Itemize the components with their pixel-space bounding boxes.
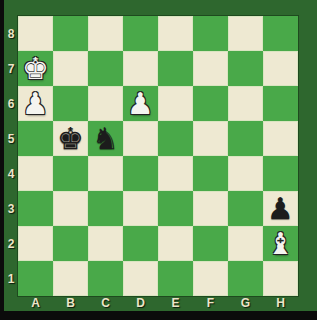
square-c2[interactable] bbox=[88, 226, 123, 261]
square-f8[interactable] bbox=[193, 16, 228, 51]
square-g2[interactable] bbox=[228, 226, 263, 261]
piece-white-bishop: ♝ bbox=[267, 226, 294, 261]
square-f4[interactable] bbox=[193, 156, 228, 191]
rank-label-2: 2 bbox=[4, 226, 18, 261]
square-e4[interactable] bbox=[158, 156, 193, 191]
square-e1[interactable] bbox=[158, 261, 193, 296]
rank-label-4: 4 bbox=[4, 156, 18, 191]
square-e5[interactable] bbox=[158, 121, 193, 156]
square-a7[interactable]: ♚ bbox=[18, 51, 53, 86]
square-d5[interactable] bbox=[123, 121, 158, 156]
square-d8[interactable] bbox=[123, 16, 158, 51]
square-e6[interactable] bbox=[158, 86, 193, 121]
square-b5[interactable]: ♚ bbox=[53, 121, 88, 156]
square-g3[interactable] bbox=[228, 191, 263, 226]
rank-label-5: 5 bbox=[4, 121, 18, 156]
file-labels: ABCDEFGH bbox=[18, 295, 298, 311]
rank-label-6: 6 bbox=[4, 86, 18, 121]
square-a3[interactable] bbox=[18, 191, 53, 226]
piece-white-pawn: ♟ bbox=[22, 86, 49, 121]
rank-label-8: 8 bbox=[4, 16, 18, 51]
square-e2[interactable] bbox=[158, 226, 193, 261]
square-b8[interactable] bbox=[53, 16, 88, 51]
square-c8[interactable] bbox=[88, 16, 123, 51]
square-h5[interactable] bbox=[263, 121, 298, 156]
piece-black-king: ♚ bbox=[57, 121, 84, 156]
file-label-g: G bbox=[228, 295, 263, 311]
square-g7[interactable] bbox=[228, 51, 263, 86]
rank-labels: 87654321 bbox=[4, 16, 18, 296]
square-a1[interactable] bbox=[18, 261, 53, 296]
chess-diagram: 87654321 ♚♟♟♚♞♟♝ ABCDEFGH bbox=[0, 0, 317, 320]
square-d7[interactable] bbox=[123, 51, 158, 86]
rank-label-1: 1 bbox=[4, 261, 18, 296]
file-label-h: H bbox=[263, 295, 298, 311]
square-g6[interactable] bbox=[228, 86, 263, 121]
square-a4[interactable] bbox=[18, 156, 53, 191]
file-label-b: B bbox=[53, 295, 88, 311]
square-h8[interactable] bbox=[263, 16, 298, 51]
piece-white-pawn: ♟ bbox=[127, 86, 154, 121]
square-d3[interactable] bbox=[123, 191, 158, 226]
rank-label-7: 7 bbox=[4, 51, 18, 86]
square-h1[interactable] bbox=[263, 261, 298, 296]
square-c5[interactable]: ♞ bbox=[88, 121, 123, 156]
square-c7[interactable] bbox=[88, 51, 123, 86]
square-b3[interactable] bbox=[53, 191, 88, 226]
square-e8[interactable] bbox=[158, 16, 193, 51]
square-f1[interactable] bbox=[193, 261, 228, 296]
square-c4[interactable] bbox=[88, 156, 123, 191]
square-g5[interactable] bbox=[228, 121, 263, 156]
square-e7[interactable] bbox=[158, 51, 193, 86]
file-label-e: E bbox=[158, 295, 193, 311]
square-d4[interactable] bbox=[123, 156, 158, 191]
square-d6[interactable]: ♟ bbox=[123, 86, 158, 121]
square-b2[interactable] bbox=[53, 226, 88, 261]
file-label-a: A bbox=[18, 295, 53, 311]
square-d2[interactable] bbox=[123, 226, 158, 261]
square-b6[interactable] bbox=[53, 86, 88, 121]
piece-black-pawn: ♟ bbox=[267, 191, 294, 226]
square-c3[interactable] bbox=[88, 191, 123, 226]
square-a8[interactable] bbox=[18, 16, 53, 51]
file-label-f: F bbox=[193, 295, 228, 311]
square-f3[interactable] bbox=[193, 191, 228, 226]
square-b4[interactable] bbox=[53, 156, 88, 191]
square-b1[interactable] bbox=[53, 261, 88, 296]
square-c1[interactable] bbox=[88, 261, 123, 296]
square-g8[interactable] bbox=[228, 16, 263, 51]
square-c6[interactable] bbox=[88, 86, 123, 121]
piece-white-king: ♚ bbox=[22, 51, 49, 86]
square-h3[interactable]: ♟ bbox=[263, 191, 298, 226]
square-f2[interactable] bbox=[193, 226, 228, 261]
square-f7[interactable] bbox=[193, 51, 228, 86]
square-h4[interactable] bbox=[263, 156, 298, 191]
square-a5[interactable] bbox=[18, 121, 53, 156]
square-g1[interactable] bbox=[228, 261, 263, 296]
board-frame: 87654321 ♚♟♟♚♞♟♝ ABCDEFGH bbox=[4, 0, 317, 311]
square-f5[interactable] bbox=[193, 121, 228, 156]
square-b7[interactable] bbox=[53, 51, 88, 86]
square-e3[interactable] bbox=[158, 191, 193, 226]
chess-board: ♚♟♟♚♞♟♝ bbox=[18, 16, 298, 296]
square-h7[interactable] bbox=[263, 51, 298, 86]
square-d1[interactable] bbox=[123, 261, 158, 296]
square-g4[interactable] bbox=[228, 156, 263, 191]
square-f6[interactable] bbox=[193, 86, 228, 121]
file-label-d: D bbox=[123, 295, 158, 311]
square-a2[interactable] bbox=[18, 226, 53, 261]
square-h2[interactable]: ♝ bbox=[263, 226, 298, 261]
square-a6[interactable]: ♟ bbox=[18, 86, 53, 121]
file-label-c: C bbox=[88, 295, 123, 311]
piece-black-knight: ♞ bbox=[92, 121, 119, 156]
square-h6[interactable] bbox=[263, 86, 298, 121]
rank-label-3: 3 bbox=[4, 191, 18, 226]
